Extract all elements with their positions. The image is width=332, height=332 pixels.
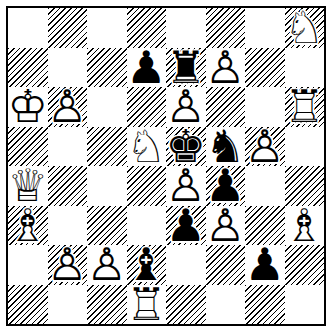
white-bishop-icon: ♝♗ xyxy=(285,206,325,246)
square-f7[interactable]: ♟♙ xyxy=(206,48,246,88)
white-pawn-icon: ♟♙ xyxy=(48,87,88,127)
square-d1[interactable]: ♜♖ xyxy=(127,285,167,325)
square-h1[interactable] xyxy=(285,285,325,325)
square-e1[interactable] xyxy=(166,285,206,325)
square-c5[interactable] xyxy=(87,127,127,167)
chess-diagram-page: ♞♘♟♜♟♙♚♔♟♙♟♙♜♖♞♘♚♞♟♙♛♕♟♙♟♝♗♟♟♙♝♗♟♙♟♙♝♟♜♖ xyxy=(0,0,332,332)
square-c2[interactable]: ♟♙ xyxy=(87,245,127,285)
square-d7[interactable]: ♟ xyxy=(127,48,167,88)
white-pawn-icon: ♟♙ xyxy=(206,206,246,246)
white-pawn-icon: ♟♙ xyxy=(87,245,127,285)
square-d5[interactable]: ♞♘ xyxy=(127,127,167,167)
white-pawn-icon: ♟♙ xyxy=(206,48,246,88)
square-h6[interactable]: ♜♖ xyxy=(285,87,325,127)
square-a1[interactable] xyxy=(8,285,48,325)
white-pawn-icon: ♟♙ xyxy=(48,245,88,285)
white-pawn-icon: ♟♙ xyxy=(245,127,285,167)
white-bishop-icon: ♝♗ xyxy=(8,206,48,246)
square-g8[interactable] xyxy=(245,8,285,48)
square-g7[interactable] xyxy=(245,48,285,88)
board-frame: ♞♘♟♜♟♙♚♔♟♙♟♙♜♖♞♘♚♞♟♙♛♕♟♙♟♝♗♟♟♙♝♗♟♙♟♙♝♟♜♖ xyxy=(6,6,326,326)
square-e3[interactable]: ♟ xyxy=(166,206,206,246)
square-a6[interactable]: ♚♔ xyxy=(8,87,48,127)
square-f3[interactable]: ♟♙ xyxy=(206,206,246,246)
square-b4[interactable] xyxy=(48,166,88,206)
square-a3[interactable]: ♝♗ xyxy=(8,206,48,246)
square-c4[interactable] xyxy=(87,166,127,206)
square-f1[interactable] xyxy=(206,285,246,325)
square-h8[interactable]: ♞♘ xyxy=(285,8,325,48)
square-c7[interactable] xyxy=(87,48,127,88)
square-b8[interactable] xyxy=(48,8,88,48)
square-c8[interactable] xyxy=(87,8,127,48)
square-g5[interactable]: ♟♙ xyxy=(245,127,285,167)
black-pawn-icon: ♟ xyxy=(245,245,285,285)
square-b2[interactable]: ♟♙ xyxy=(48,245,88,285)
chess-board: ♞♘♟♜♟♙♚♔♟♙♟♙♜♖♞♘♚♞♟♙♛♕♟♙♟♝♗♟♟♙♝♗♟♙♟♙♝♟♜♖ xyxy=(8,8,324,324)
white-rook-icon: ♜♖ xyxy=(127,285,167,325)
square-c6[interactable] xyxy=(87,87,127,127)
white-knight-icon: ♞♘ xyxy=(285,8,325,48)
black-pawn-icon: ♟ xyxy=(166,206,206,246)
square-a8[interactable] xyxy=(8,8,48,48)
white-rook-icon: ♜♖ xyxy=(285,87,325,127)
square-g2[interactable]: ♟ xyxy=(245,245,285,285)
black-pawn-icon: ♟ xyxy=(127,48,167,88)
white-knight-icon: ♞♘ xyxy=(127,127,167,167)
square-h3[interactable]: ♝♗ xyxy=(285,206,325,246)
white-king-icon: ♚♔ xyxy=(8,87,48,127)
square-b6[interactable]: ♟♙ xyxy=(48,87,88,127)
